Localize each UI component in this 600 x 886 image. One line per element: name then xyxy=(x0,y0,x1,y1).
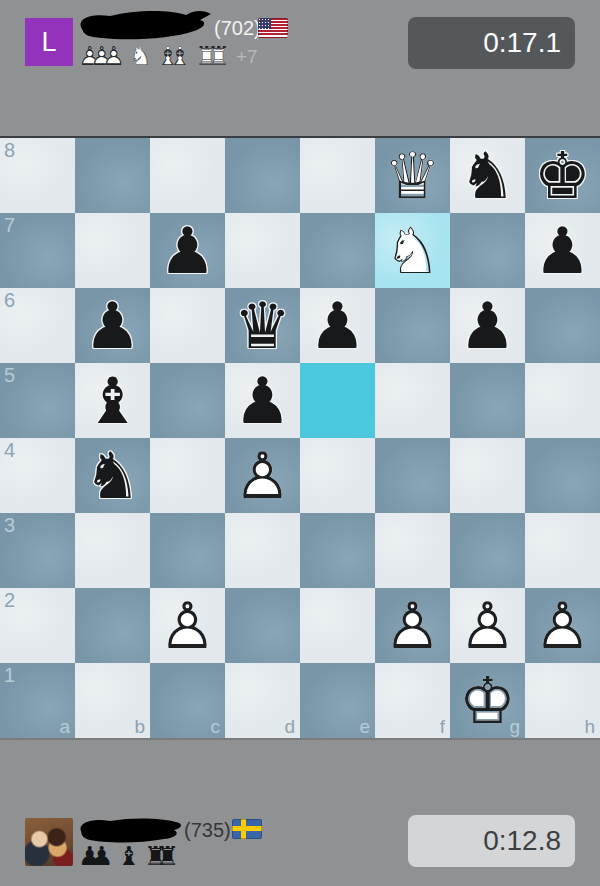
captured-pawn-group: ♟♙♟♙♟♙ xyxy=(78,43,122,70)
piece-glyph: ♟ xyxy=(225,363,300,438)
square-g4[interactable] xyxy=(450,438,525,513)
piece-glyph: ♟ xyxy=(525,213,600,288)
bottom-player-bar: (735) ♟♟♝♜♜ 0:12.8 xyxy=(0,738,600,886)
square-c5[interactable] xyxy=(150,363,225,438)
top-player-bar: L (702) ♟♙♟♙♟♙♞♘♝♗♝♗♜♖♜♖+7 0:17.1 xyxy=(0,0,600,138)
piece-glyph: ♟ xyxy=(150,213,225,288)
file-label-h: h xyxy=(584,716,595,738)
file-label-g: g xyxy=(509,716,520,738)
captured-rook-group: ♜♖♜♖ xyxy=(195,43,227,70)
captured-rook-group: ♜♜ xyxy=(144,843,176,870)
rank-label-2: 2 xyxy=(4,589,15,612)
piece-outline-glyph: ♙ xyxy=(150,588,225,663)
square-h7[interactable]: ♟ xyxy=(525,213,600,288)
square-f6[interactable] xyxy=(375,288,450,363)
square-g1[interactable]: g♚♔ xyxy=(450,663,525,738)
captured-knight-group: ♞♘ xyxy=(129,43,149,70)
square-a7[interactable]: 7 xyxy=(0,213,75,288)
piece-glyph: ♚ xyxy=(525,138,600,213)
square-d3[interactable] xyxy=(225,513,300,588)
piece-outline-glyph: ♕ xyxy=(375,138,450,213)
square-b8[interactable] xyxy=(75,138,150,213)
piece-black-pawn[interactable]: ♟ xyxy=(450,288,525,363)
usa-flag-icon xyxy=(258,18,288,38)
square-d5[interactable]: ♟ xyxy=(225,363,300,438)
rank-label-7: 7 xyxy=(4,214,15,237)
square-e2[interactable] xyxy=(300,588,375,663)
square-e6[interactable]: ♟ xyxy=(300,288,375,363)
square-c4[interactable] xyxy=(150,438,225,513)
square-g6[interactable]: ♟ xyxy=(450,288,525,363)
captured-white-bishop-icon: ♝♗ xyxy=(168,43,188,70)
square-e8[interactable] xyxy=(300,138,375,213)
square-h8[interactable]: ♚ xyxy=(525,138,600,213)
avatar-letter: L xyxy=(41,27,56,58)
square-a5[interactable]: 5 xyxy=(0,363,75,438)
square-b2[interactable] xyxy=(75,588,150,663)
mini-piece-outline-glyph: ♙ xyxy=(102,43,122,70)
rank-label-1: 1 xyxy=(4,664,15,687)
piece-black-knight[interactable]: ♞ xyxy=(450,138,525,213)
piece-black-pawn[interactable]: ♟ xyxy=(225,363,300,438)
piece-white-pawn[interactable]: ♟♙ xyxy=(150,588,225,663)
file-label-b: b xyxy=(134,716,145,738)
square-h6[interactable] xyxy=(525,288,600,363)
redacted-username-scribble xyxy=(76,9,212,43)
piece-white-queen[interactable]: ♛♕ xyxy=(375,138,450,213)
piece-black-king[interactable]: ♚ xyxy=(525,138,600,213)
square-e1[interactable]: e xyxy=(300,663,375,738)
square-f8[interactable]: ♛♕ xyxy=(375,138,450,213)
rank-label-6: 6 xyxy=(4,289,15,312)
file-label-f: f xyxy=(440,716,445,738)
piece-outline-glyph: ♙ xyxy=(225,438,300,513)
bottom-player-avatar[interactable] xyxy=(25,818,73,866)
square-e3[interactable] xyxy=(300,513,375,588)
square-c3[interactable] xyxy=(150,513,225,588)
piece-black-pawn[interactable]: ♟ xyxy=(150,213,225,288)
chess-game-screen: L (702) ♟♙♟♙♟♙♞♘♝♗♝♗♜♖♜♖+7 0:17.1 8♛♕♞♚7… xyxy=(0,0,600,886)
captured-pawn-group: ♟♟ xyxy=(78,843,110,870)
square-f3[interactable] xyxy=(375,513,450,588)
square-d2[interactable] xyxy=(225,588,300,663)
captured-black-rook-icon: ♜ xyxy=(156,843,176,870)
usa-flag-canton xyxy=(258,18,271,29)
square-d6[interactable]: ♛ xyxy=(225,288,300,363)
square-f5[interactable] xyxy=(375,363,450,438)
piece-white-knight[interactable]: ♞♘ xyxy=(375,213,450,288)
top-player-rating: (702) xyxy=(214,17,261,40)
square-g8[interactable]: ♞ xyxy=(450,138,525,213)
bottom-player-rating: (735) xyxy=(184,819,231,842)
top-player-clock: 0:17.1 xyxy=(408,17,575,69)
captured-white-knight-icon: ♞♘ xyxy=(129,43,149,70)
square-h2[interactable]: ♟♙ xyxy=(525,588,600,663)
piece-glyph: ♞ xyxy=(75,438,150,513)
mini-piece-outline-glyph: ♖ xyxy=(207,43,227,70)
piece-black-pawn[interactable]: ♟ xyxy=(75,288,150,363)
square-a3[interactable]: 3 xyxy=(0,513,75,588)
file-label-e: e xyxy=(359,716,370,738)
rank-label-8: 8 xyxy=(4,139,15,162)
square-g2[interactable]: ♟♙ xyxy=(450,588,525,663)
piece-glyph: ♟ xyxy=(75,288,150,363)
square-c7[interactable]: ♟ xyxy=(150,213,225,288)
bottom-clock-time: 0:12.8 xyxy=(483,825,561,857)
square-c6[interactable] xyxy=(150,288,225,363)
square-d1[interactable]: d xyxy=(225,663,300,738)
rank-label-3: 3 xyxy=(4,514,15,537)
square-f4[interactable] xyxy=(375,438,450,513)
piece-black-pawn[interactable]: ♟ xyxy=(300,288,375,363)
piece-white-pawn[interactable]: ♟♙ xyxy=(450,588,525,663)
square-b4[interactable]: ♞ xyxy=(75,438,150,513)
square-g3[interactable] xyxy=(450,513,525,588)
mini-piece-glyph: ♜ xyxy=(156,843,176,870)
square-h4[interactable] xyxy=(525,438,600,513)
material-advantage: +7 xyxy=(236,43,258,70)
piece-black-bishop[interactable]: ♝ xyxy=(75,363,150,438)
piece-glyph: ♛ xyxy=(225,288,300,363)
square-e5[interactable] xyxy=(300,363,375,438)
square-a4[interactable]: 4 xyxy=(0,438,75,513)
square-g5[interactable] xyxy=(450,363,525,438)
square-f2[interactable]: ♟♙ xyxy=(375,588,450,663)
piece-black-queen[interactable]: ♛ xyxy=(225,288,300,363)
piece-outline-glyph: ♘ xyxy=(375,213,450,288)
bottom-captured-pieces: ♟♟♝♜♜ xyxy=(78,844,183,870)
mini-piece-glyph: ♟ xyxy=(90,843,110,870)
file-label-c: c xyxy=(211,716,221,738)
rank-label-5: 5 xyxy=(4,364,15,387)
mini-piece-glyph: ♝ xyxy=(117,843,137,870)
square-h5[interactable] xyxy=(525,363,600,438)
mini-piece-outline-glyph: ♘ xyxy=(129,43,149,70)
piece-outline-glyph: ♙ xyxy=(450,588,525,663)
piece-black-pawn[interactable]: ♟ xyxy=(525,213,600,288)
piece-outline-glyph: ♙ xyxy=(525,588,600,663)
captured-black-pawn-icon: ♟ xyxy=(90,843,110,870)
square-d8[interactable] xyxy=(225,138,300,213)
captured-white-rook-icon: ♜♖ xyxy=(207,43,227,70)
square-c8[interactable] xyxy=(150,138,225,213)
chess-board[interactable]: 8♛♕♞♚7♟♞♘♟6♟♛♟♟5♝♟4♞♟♙32♟♙♟♙♟♙♟♙1abcdefg… xyxy=(0,138,600,738)
captured-black-bishop-icon: ♝ xyxy=(117,843,137,870)
square-b1[interactable]: b xyxy=(75,663,150,738)
captured-bishop-group: ♝ xyxy=(117,843,137,870)
captured-bishop-group: ♝♗♝♗ xyxy=(156,43,188,70)
mini-piece-outline-glyph: ♗ xyxy=(168,43,188,70)
piece-glyph: ♟ xyxy=(450,288,525,363)
square-e7[interactable] xyxy=(300,213,375,288)
top-captured-pieces: ♟♙♟♙♟♙♞♘♝♗♝♗♜♖♜♖+7 xyxy=(78,42,258,70)
piece-black-knight[interactable]: ♞ xyxy=(75,438,150,513)
square-a6[interactable]: 6 xyxy=(0,288,75,363)
square-c2[interactable]: ♟♙ xyxy=(150,588,225,663)
square-g7[interactable] xyxy=(450,213,525,288)
file-label-a: a xyxy=(59,716,70,738)
piece-white-pawn[interactable]: ♟♙ xyxy=(375,588,450,663)
square-a2[interactable]: 2 xyxy=(0,588,75,663)
square-d7[interactable] xyxy=(225,213,300,288)
square-f1[interactable]: f xyxy=(375,663,450,738)
rank-label-4: 4 xyxy=(4,439,15,462)
square-b6[interactable]: ♟ xyxy=(75,288,150,363)
square-b7[interactable] xyxy=(75,213,150,288)
bottom-player-clock: 0:12.8 xyxy=(408,815,575,867)
square-d4[interactable]: ♟♙ xyxy=(225,438,300,513)
square-b3[interactable] xyxy=(75,513,150,588)
piece-white-pawn[interactable]: ♟♙ xyxy=(225,438,300,513)
piece-glyph: ♟ xyxy=(300,288,375,363)
square-f7[interactable]: ♞♘ xyxy=(375,213,450,288)
top-clock-time: 0:17.1 xyxy=(483,27,561,59)
piece-outline-glyph: ♙ xyxy=(375,588,450,663)
square-e4[interactable] xyxy=(300,438,375,513)
square-h3[interactable] xyxy=(525,513,600,588)
square-a8[interactable]: 8 xyxy=(0,138,75,213)
top-player-avatar[interactable]: L xyxy=(25,18,73,66)
square-h1[interactable]: h xyxy=(525,663,600,738)
file-label-d: d xyxy=(284,716,295,738)
piece-glyph: ♝ xyxy=(75,363,150,438)
piece-glyph: ♞ xyxy=(450,138,525,213)
square-b5[interactable]: ♝ xyxy=(75,363,150,438)
sweden-flag-icon xyxy=(232,819,262,839)
piece-white-pawn[interactable]: ♟♙ xyxy=(525,588,600,663)
square-a1[interactable]: 1a xyxy=(0,663,75,738)
square-c1[interactable]: c xyxy=(150,663,225,738)
captured-white-pawn-icon: ♟♙ xyxy=(102,43,122,70)
